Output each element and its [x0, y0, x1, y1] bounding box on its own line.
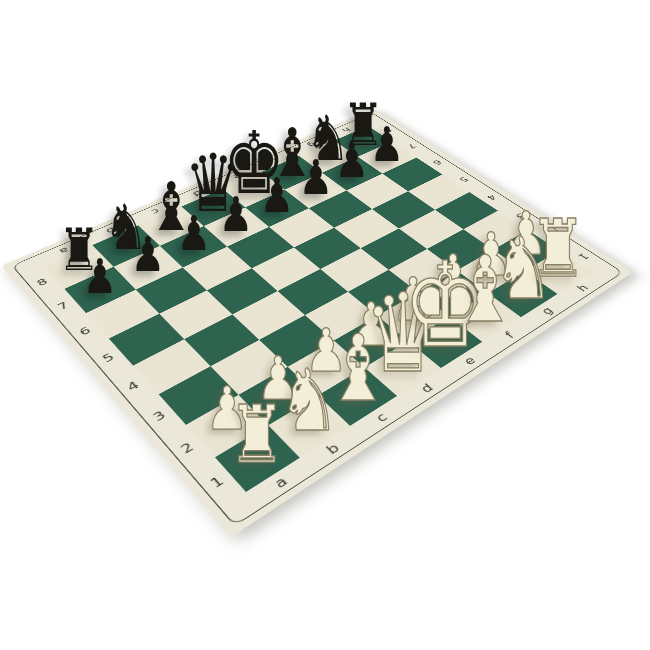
piece-black-pawn[interactable]: ♟	[219, 191, 253, 239]
piece-black-pawn[interactable]: ♟	[176, 211, 210, 259]
piece-black-pawn[interactable]: ♟	[335, 138, 369, 186]
piece-black-pawn[interactable]: ♟	[370, 121, 404, 169]
piece-black-pawn[interactable]: ♟	[298, 154, 332, 202]
piece-black-pawn[interactable]: ♟	[83, 254, 117, 302]
piece-white-rook[interactable]: ♜	[530, 209, 587, 288]
piece-black-pawn[interactable]: ♟	[260, 172, 294, 220]
chessboard-photo: aa88bb77cc66dd55ee44ff33gg22hh11 ♜♞♝♛♚♝♞…	[0, 0, 650, 650]
piece-black-pawn[interactable]: ♟	[131, 231, 165, 279]
